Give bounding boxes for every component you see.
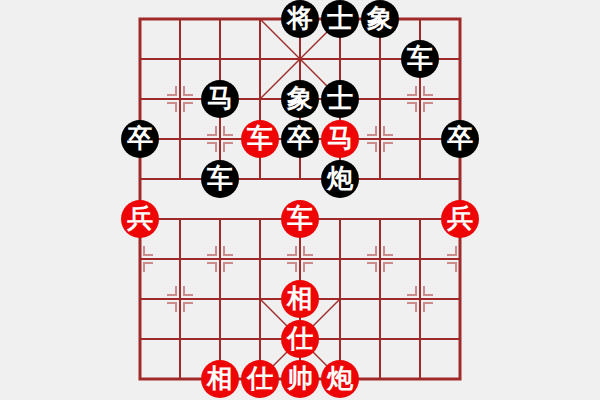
black-cannon-glyph: 炮 <box>327 165 353 191</box>
black-soldier-glyph: 卒 <box>127 125 153 151</box>
red-soldier[interactable]: 兵 <box>121 200 159 238</box>
black-chariot[interactable]: 车 <box>401 40 439 78</box>
black-soldier-glyph: 卒 <box>287 125 313 151</box>
black-advisor-glyph: 士 <box>327 85 353 111</box>
red-chariot-glyph: 车 <box>247 125 273 151</box>
red-horse[interactable]: 马 <box>321 120 359 158</box>
black-advisor[interactable]: 士 <box>321 0 359 38</box>
black-advisor[interactable]: 士 <box>321 80 359 118</box>
red-elephant[interactable]: 相 <box>201 360 239 398</box>
red-advisor-glyph: 仕 <box>287 325 313 351</box>
black-chariot[interactable]: 车 <box>201 160 239 198</box>
red-advisor-glyph: 仕 <box>247 365 273 391</box>
black-cannon[interactable]: 炮 <box>321 160 359 198</box>
black-soldier[interactable]: 卒 <box>281 120 319 158</box>
red-elephant[interactable]: 相 <box>281 280 319 318</box>
red-advisor[interactable]: 仕 <box>281 320 319 358</box>
black-soldier[interactable]: 卒 <box>121 120 159 158</box>
black-elephant-glyph: 象 <box>367 5 393 31</box>
red-soldier-glyph: 兵 <box>127 205 153 231</box>
red-elephant-glyph: 相 <box>207 365 233 391</box>
red-soldier-glyph: 兵 <box>447 205 473 231</box>
black-elephant[interactable]: 象 <box>281 80 319 118</box>
xiangqi-board-screen: 将士象车马象士卒车卒马卒车炮兵车兵相仕相仕帅炮 <box>0 0 600 400</box>
red-chariot-glyph: 车 <box>287 205 313 231</box>
red-general[interactable]: 帅 <box>281 360 319 398</box>
red-cannon-glyph: 炮 <box>327 365 353 391</box>
black-soldier-glyph: 卒 <box>447 125 473 151</box>
piece-grid: 将士象车马象士卒车卒马卒车炮兵车兵相仕相仕帅炮 <box>120 0 480 399</box>
black-advisor-glyph: 士 <box>327 5 353 31</box>
red-chariot[interactable]: 车 <box>241 120 279 158</box>
red-chariot[interactable]: 车 <box>281 200 319 238</box>
black-horse-glyph: 马 <box>207 85 233 111</box>
red-horse-glyph: 马 <box>327 125 353 151</box>
black-chariot-glyph: 车 <box>407 45 433 71</box>
black-general-glyph: 将 <box>287 5 313 31</box>
black-elephant-glyph: 象 <box>287 85 313 111</box>
red-elephant-glyph: 相 <box>287 285 313 311</box>
black-chariot-glyph: 车 <box>207 165 233 191</box>
red-advisor[interactable]: 仕 <box>241 360 279 398</box>
red-general-glyph: 帅 <box>287 365 313 391</box>
black-soldier[interactable]: 卒 <box>441 120 479 158</box>
black-horse[interactable]: 马 <box>201 80 239 118</box>
red-cannon[interactable]: 炮 <box>321 360 359 398</box>
black-general[interactable]: 将 <box>281 0 319 38</box>
black-elephant[interactable]: 象 <box>361 0 399 38</box>
red-soldier[interactable]: 兵 <box>441 200 479 238</box>
